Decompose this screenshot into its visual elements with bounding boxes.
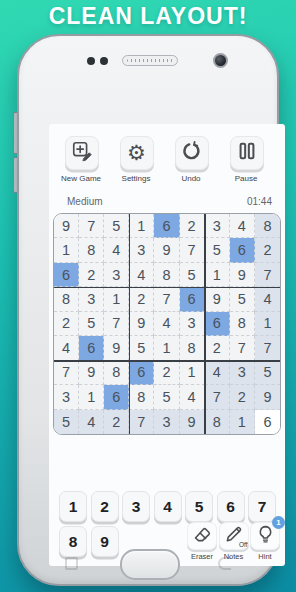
cell-r6c7[interactable]: 2 [205,336,230,360]
notes-off-badge: Off [239,541,248,548]
cell-r5c3[interactable]: 7 [104,312,129,336]
timer-value: 01:44 [247,196,272,207]
eraser-label: Eraser [187,552,217,561]
cell-r5c6[interactable]: 3 [180,312,205,336]
cell-r1c9[interactable]: 8 [255,214,280,238]
cell-r6c4[interactable]: 5 [129,336,154,360]
phone-frame: New Game ⚙ Settings Undo [17,34,279,586]
cell-r9c3[interactable]: 2 [104,410,129,434]
cell-r4c7[interactable]: 9 [205,287,230,311]
cell-r4c8[interactable]: 5 [230,287,255,311]
cell-r5c8[interactable]: 8 [230,312,255,336]
light-sensor-dot [100,57,108,65]
cell-r8c5[interactable]: 5 [154,385,179,409]
cell-r8c2[interactable]: 1 [79,385,104,409]
cell-r2c2[interactable]: 8 [79,238,104,262]
cell-r8c4[interactable]: 8 [129,385,154,409]
cell-r2c6[interactable]: 7 [180,238,205,262]
cell-r2c4[interactable]: 3 [129,238,154,262]
cell-r7c8[interactable]: 3 [230,361,255,385]
cell-r7c7[interactable]: 4 [205,361,230,385]
cell-r6c3[interactable]: 9 [104,336,129,360]
cell-r4c5[interactable]: 7 [154,287,179,311]
pause-label: Pause [214,174,278,183]
promo-background: CLEAN LAYOUT! New Game ⚙ [0,0,296,592]
numpad-key-8[interactable]: 8 [59,526,87,557]
cell-r5c9[interactable]: 1 [255,312,280,336]
cell-r1c7[interactable]: 3 [205,214,230,238]
cell-r9c1[interactable]: 5 [54,410,79,434]
hint-button[interactable]: 1 Hint [250,522,280,561]
cell-r2c9[interactable]: 2 [255,238,280,262]
hint-count-badge: 1 [272,516,285,529]
cell-r3c1[interactable]: 6 [54,263,79,287]
cell-r5c1[interactable]: 2 [54,312,79,336]
cell-r5c4[interactable]: 9 [129,312,154,336]
cell-r6c2[interactable]: 6 [79,336,104,360]
eraser-button[interactable]: Eraser [187,522,217,561]
cell-r4c1[interactable]: 8 [54,287,79,311]
cell-r8c3[interactable]: 6 [104,385,129,409]
cell-r3c9[interactable]: 7 [255,263,280,287]
cell-r7c3[interactable]: 8 [104,361,129,385]
cell-r3c4[interactable]: 4 [129,263,154,287]
pause-button[interactable] [230,136,264,170]
cell-r6c9[interactable]: 7 [255,336,280,360]
cell-r6c5[interactable]: 1 [154,336,179,360]
cell-r9c5[interactable]: 3 [154,410,179,434]
cell-r4c4[interactable]: 2 [129,287,154,311]
eraser-icon [192,524,213,549]
cell-r7c5[interactable]: 2 [154,361,179,385]
cell-r7c9[interactable]: 5 [255,361,280,385]
earpiece-speaker [122,55,178,66]
cell-r2c7[interactable]: 5 [205,238,230,262]
cell-r3c5[interactable]: 8 [154,263,179,287]
cell-r1c5[interactable]: 6 [154,214,179,238]
numpad-key-4[interactable]: 4 [154,491,182,522]
undo-button[interactable] [175,136,209,170]
recent-apps-key[interactable] [65,557,78,570]
cell-r8c7[interactable]: 7 [205,385,230,409]
cell-r6c1[interactable]: 4 [54,336,79,360]
cell-r4c9[interactable]: 4 [255,287,280,311]
pause-icon [236,140,258,166]
promo-headline: CLEAN LAYOUT! [0,3,296,30]
cell-r9c9[interactable]: 6 [255,410,280,434]
cell-r1c3[interactable]: 5 [104,214,129,238]
cell-r9c7[interactable]: 8 [205,410,230,434]
notes-button[interactable]: Off Notes [219,522,249,561]
cell-r5c5[interactable]: 4 [154,312,179,336]
numpad-key-2[interactable]: 2 [91,491,119,522]
cell-r8c9[interactable]: 9 [255,385,280,409]
cell-r6c6[interactable]: 8 [180,336,205,360]
cell-r9c8[interactable]: 1 [230,410,255,434]
cell-r1c2[interactable]: 7 [79,214,104,238]
cell-r7c4[interactable]: 6 [129,361,154,385]
cell-r3c8[interactable]: 9 [230,263,255,287]
new-game-plus-pencil-icon [71,140,93,166]
sudoku-board: 9751623481843975626234851978312769542579… [53,213,281,435]
tools-row: Eraser Off Notes [187,522,280,561]
cell-r9c2[interactable]: 4 [79,410,104,434]
gear-icon: ⚙ [127,143,146,164]
cell-r3c2[interactable]: 2 [79,263,104,287]
cell-r4c6[interactable]: 6 [180,287,205,311]
cell-r9c6[interactable]: 9 [180,410,205,434]
cell-r8c6[interactable]: 4 [180,385,205,409]
cell-r4c3[interactable]: 1 [104,287,129,311]
cell-r8c1[interactable]: 3 [54,385,79,409]
cell-r3c3[interactable]: 3 [104,263,129,287]
numpad-key-6[interactable]: 6 [217,491,245,522]
sudoku-grid: 9751623481843975626234851978312769542579… [54,214,280,434]
proximity-sensor-dot [87,57,95,65]
cell-r8c8[interactable]: 2 [230,385,255,409]
new-game-button[interactable] [65,136,99,170]
cell-r5c2[interactable]: 5 [79,312,104,336]
numpad-key-1[interactable]: 1 [59,491,87,522]
hint-label: Hint [250,552,280,561]
front-camera [213,53,228,68]
cell-r3c6[interactable]: 5 [180,263,205,287]
numpad-key-3[interactable]: 3 [122,491,150,522]
home-button[interactable] [120,549,180,580]
cell-r3c7[interactable]: 1 [205,263,230,287]
numpad-key-9[interactable]: 9 [91,526,119,557]
cell-r7c2[interactable]: 9 [79,361,104,385]
cell-r2c3[interactable]: 4 [104,238,129,262]
numpad-key-7[interactable]: 7 [248,491,276,522]
cell-r6c8[interactable]: 7 [230,336,255,360]
cell-r9c4[interactable]: 7 [129,410,154,434]
cell-r5c7[interactable]: 6 [205,312,230,336]
lightbulb-icon [255,524,276,549]
cell-r1c8[interactable]: 4 [230,214,255,238]
cell-r1c6[interactable]: 2 [180,214,205,238]
numpad-key-5[interactable]: 5 [185,491,213,522]
settings-button[interactable]: ⚙ [120,136,154,170]
undo-circular-arrow-icon [181,140,203,166]
cell-r2c1[interactable]: 1 [54,238,79,262]
cell-r1c4[interactable]: 1 [129,214,154,238]
cell-r1c1[interactable]: 9 [54,214,79,238]
cell-r7c6[interactable]: 1 [180,361,205,385]
cell-r7c1[interactable]: 7 [54,361,79,385]
back-key[interactable] [218,557,231,570]
cell-r2c8[interactable]: 6 [230,238,255,262]
cell-r4c2[interactable]: 3 [79,287,104,311]
cell-r2c5[interactable]: 9 [154,238,179,262]
difficulty-label: Medium [67,196,103,207]
app-screen: New Game ⚙ Settings Undo [49,124,285,566]
